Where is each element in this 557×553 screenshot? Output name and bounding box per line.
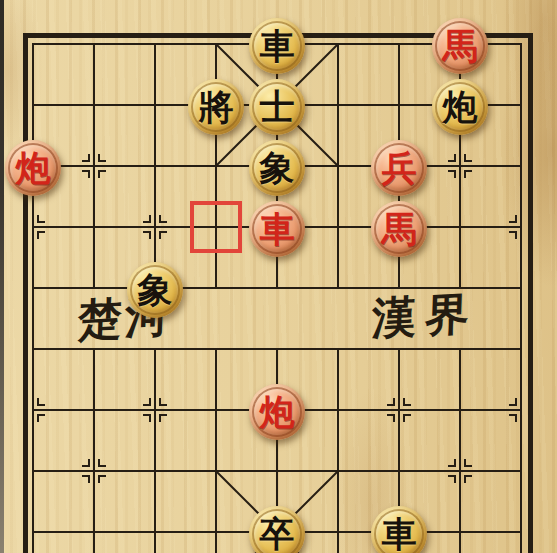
point-marker [509,414,517,422]
point-marker [143,231,151,239]
piece-black-chariot[interactable]: 車 [249,18,305,74]
file-line-6-bottom [337,348,339,553]
file-line-2-bottom [93,348,95,553]
piece-character: 士 [260,90,295,125]
piece-black-soldier[interactable]: 卒 [249,506,305,553]
piece-red-horse[interactable]: 馬 [432,18,488,74]
piece-black-elephant[interactable]: 象 [127,262,183,318]
file-line-3-top [154,43,156,289]
point-marker [159,398,167,406]
point-marker [82,475,90,483]
point-marker [403,398,411,406]
piece-black-cannon[interactable]: 炮 [432,79,488,135]
point-marker [159,215,167,223]
point-marker [448,154,456,162]
last-move-highlight [190,201,242,253]
point-marker [509,398,517,406]
piece-character: 象 [260,151,295,186]
point-marker [387,414,395,422]
point-marker [464,459,472,467]
river-label-han-jie: 漢界 [371,291,478,341]
point-marker [403,414,411,422]
file-line-3-bottom [154,348,156,553]
point-marker [82,154,90,162]
point-marker [98,154,106,162]
piece-character: 炮 [260,395,295,430]
piece-black-general[interactable]: 將 [188,79,244,135]
screen-edge-strip [0,0,4,553]
point-marker [98,170,106,178]
point-marker [143,398,151,406]
point-marker [509,231,517,239]
point-marker [159,414,167,422]
piece-character: 馬 [382,212,417,247]
piece-character: 將 [199,90,234,125]
point-marker [387,398,395,406]
point-marker [98,459,106,467]
point-marker [448,475,456,483]
point-marker [143,215,151,223]
point-marker [448,170,456,178]
point-marker [37,231,45,239]
piece-character: 卒 [260,517,295,552]
xiangqi-app-screen: 車馬將士炮炮象兵車馬象炮卒車 楚河 漢界 [0,0,557,553]
piece-character: 車 [260,212,295,247]
point-marker [464,475,472,483]
point-marker [37,414,45,422]
piece-character: 象 [138,273,173,308]
file-line-2-top [93,43,95,289]
point-marker [98,475,106,483]
point-marker [37,398,45,406]
point-marker [82,170,90,178]
file-line-4-bottom [215,348,217,553]
piece-character: 炮 [16,151,51,186]
piece-character: 車 [382,517,417,552]
point-marker [448,459,456,467]
piece-red-cannon[interactable]: 炮 [249,384,305,440]
piece-red-horse[interactable]: 馬 [371,201,427,257]
piece-black-elephant[interactable]: 象 [249,140,305,196]
point-marker [464,154,472,162]
piece-red-soldier[interactable]: 兵 [371,140,427,196]
piece-red-chariot[interactable]: 車 [249,201,305,257]
point-marker [159,231,167,239]
piece-black-advisor[interactable]: 士 [249,79,305,135]
point-marker [464,170,472,178]
file-line-1 [32,43,34,553]
file-line-9 [520,43,522,553]
point-marker [82,459,90,467]
point-marker [509,215,517,223]
piece-character: 車 [260,29,295,64]
piece-red-cannon[interactable]: 炮 [5,140,61,196]
piece-character: 兵 [382,151,417,186]
point-marker [143,414,151,422]
piece-character: 炮 [443,90,478,125]
piece-black-chariot[interactable]: 車 [371,506,427,553]
point-marker [37,215,45,223]
file-line-8-bottom [459,348,461,553]
piece-character: 馬 [443,29,478,64]
